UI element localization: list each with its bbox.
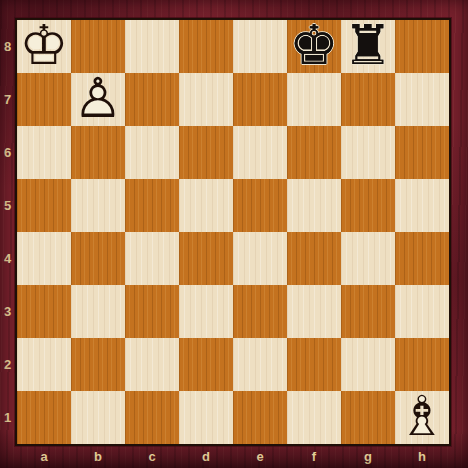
square-g1[interactable]: [341, 391, 395, 444]
square-a1[interactable]: [17, 391, 71, 444]
square-h3[interactable]: [395, 285, 449, 338]
square-h5[interactable]: [395, 179, 449, 232]
square-c1[interactable]: [125, 391, 179, 444]
rank-label-1: 1: [0, 391, 15, 444]
board-grid: ♚♔♚♚♜♜♟♙♝♗: [17, 20, 449, 444]
square-g4[interactable]: [341, 232, 395, 285]
square-f8[interactable]: ♚♚: [287, 20, 341, 73]
square-g2[interactable]: [341, 338, 395, 391]
square-d6[interactable]: [179, 126, 233, 179]
square-c5[interactable]: [125, 179, 179, 232]
square-a7[interactable]: [17, 73, 71, 126]
square-b6[interactable]: [71, 126, 125, 179]
white-bishop[interactable]: ♝♗: [395, 391, 449, 444]
square-g7[interactable]: [341, 73, 395, 126]
square-d7[interactable]: [179, 73, 233, 126]
file-label-c: c: [125, 448, 179, 466]
square-d3[interactable]: [179, 285, 233, 338]
square-f1[interactable]: [287, 391, 341, 444]
square-f7[interactable]: [287, 73, 341, 126]
chess-board: ♚♔♚♚♜♜♟♙♝♗: [15, 18, 451, 446]
square-c3[interactable]: [125, 285, 179, 338]
file-label-b: b: [71, 448, 125, 466]
white-bishop-glyph-fill: ♝: [397, 389, 446, 444]
rank-label-5: 5: [0, 179, 15, 232]
square-g5[interactable]: [341, 179, 395, 232]
square-e2[interactable]: [233, 338, 287, 391]
rank-label-6: 6: [0, 126, 15, 179]
square-b7[interactable]: ♟♙: [71, 73, 125, 126]
square-d2[interactable]: [179, 338, 233, 391]
file-label-f: f: [287, 448, 341, 466]
square-c4[interactable]: [125, 232, 179, 285]
square-a3[interactable]: [17, 285, 71, 338]
square-a2[interactable]: [17, 338, 71, 391]
white-king-glyph-outline: ♔: [19, 18, 68, 73]
black-rook-glyph-fill: ♜: [343, 18, 392, 73]
rank-label-4: 4: [0, 232, 15, 285]
white-king[interactable]: ♚♔: [17, 20, 71, 73]
square-f5[interactable]: [287, 179, 341, 232]
square-f6[interactable]: [287, 126, 341, 179]
square-b1[interactable]: [71, 391, 125, 444]
square-c7[interactable]: [125, 73, 179, 126]
square-g8[interactable]: ♜♜: [341, 20, 395, 73]
file-label-a: a: [17, 448, 71, 466]
square-b2[interactable]: [71, 338, 125, 391]
square-c6[interactable]: [125, 126, 179, 179]
square-e6[interactable]: [233, 126, 287, 179]
square-b3[interactable]: [71, 285, 125, 338]
rank-label-3: 3: [0, 285, 15, 338]
square-b8[interactable]: [71, 20, 125, 73]
square-c2[interactable]: [125, 338, 179, 391]
black-rook[interactable]: ♜♜: [341, 20, 395, 73]
square-c8[interactable]: [125, 20, 179, 73]
square-e1[interactable]: [233, 391, 287, 444]
black-rook-glyph-outline: ♜: [343, 18, 392, 73]
square-b5[interactable]: [71, 179, 125, 232]
rank-label-8: 8: [0, 20, 15, 73]
square-h6[interactable]: [395, 126, 449, 179]
black-king-glyph-fill: ♚: [289, 18, 338, 73]
square-a5[interactable]: [17, 179, 71, 232]
square-e7[interactable]: [233, 73, 287, 126]
square-a8[interactable]: ♚♔: [17, 20, 71, 73]
file-label-h: h: [395, 448, 449, 466]
white-king-glyph-fill: ♚: [19, 18, 68, 73]
square-h8[interactable]: [395, 20, 449, 73]
square-e4[interactable]: [233, 232, 287, 285]
black-king[interactable]: ♚♚: [287, 20, 341, 73]
square-f2[interactable]: [287, 338, 341, 391]
square-e5[interactable]: [233, 179, 287, 232]
white-pawn[interactable]: ♟♙: [71, 73, 125, 126]
square-h7[interactable]: [395, 73, 449, 126]
square-e8[interactable]: [233, 20, 287, 73]
square-d5[interactable]: [179, 179, 233, 232]
square-d1[interactable]: [179, 391, 233, 444]
square-g6[interactable]: [341, 126, 395, 179]
square-a6[interactable]: [17, 126, 71, 179]
square-f4[interactable]: [287, 232, 341, 285]
file-label-d: d: [179, 448, 233, 466]
square-h4[interactable]: [395, 232, 449, 285]
rank-label-2: 2: [0, 338, 15, 391]
square-e3[interactable]: [233, 285, 287, 338]
square-g3[interactable]: [341, 285, 395, 338]
file-label-g: g: [341, 448, 395, 466]
white-pawn-glyph-outline: ♙: [73, 71, 122, 126]
square-d4[interactable]: [179, 232, 233, 285]
square-b4[interactable]: [71, 232, 125, 285]
square-f3[interactable]: [287, 285, 341, 338]
white-bishop-glyph-outline: ♗: [397, 389, 446, 444]
square-a4[interactable]: [17, 232, 71, 285]
black-king-glyph-outline: ♚: [289, 18, 338, 73]
chess-board-frame: ♚♔♚♚♜♜♟♙♝♗ 87654321 abcdefgh: [0, 0, 468, 468]
file-label-e: e: [233, 448, 287, 466]
rank-label-7: 7: [0, 73, 15, 126]
square-d8[interactable]: [179, 20, 233, 73]
square-h2[interactable]: [395, 338, 449, 391]
white-pawn-glyph-fill: ♟: [73, 71, 122, 126]
square-h1[interactable]: ♝♗: [395, 391, 449, 444]
